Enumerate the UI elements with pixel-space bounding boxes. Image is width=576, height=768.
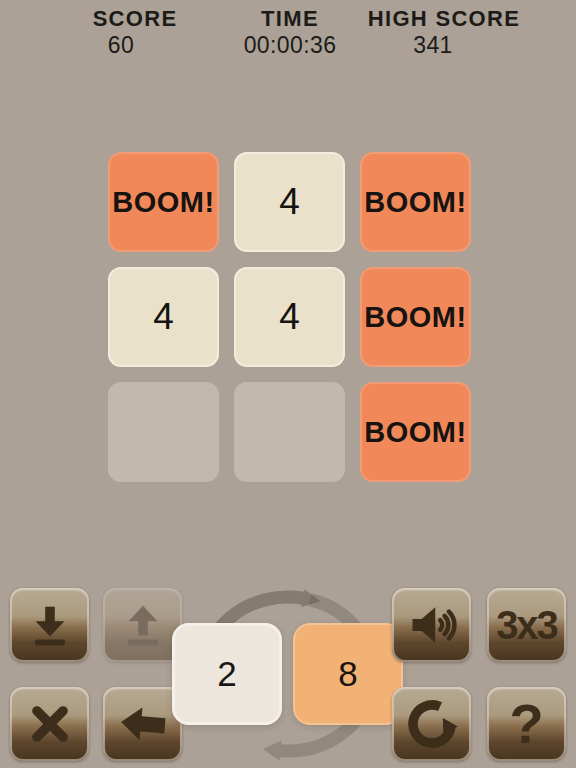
help-button[interactable]: ? <box>487 687 566 761</box>
undo-move-button[interactable] <box>103 687 182 761</box>
board-cell-r1-c3: BOOM! <box>360 152 471 252</box>
refresh-icon <box>406 698 458 750</box>
save-game-button[interactable] <box>10 588 89 662</box>
left-arrow-icon <box>115 698 171 750</box>
restart-button[interactable] <box>392 687 471 761</box>
sound-toggle-button[interactable] <box>392 588 471 662</box>
close-button[interactable] <box>10 687 89 761</box>
board-cell-r3-c1 <box>108 382 219 482</box>
board-cell-r1-c1: BOOM! <box>108 152 219 252</box>
board-size-button[interactable]: 3x3 <box>487 588 566 662</box>
board-cell-r1-c2: 4 <box>234 152 345 252</box>
high-score-panel: HIGH SCORE 341 <box>349 7 539 59</box>
board-size-label: 3x3 <box>496 605 557 645</box>
board-cell-r3-c3: BOOM! <box>360 382 471 482</box>
upload-load-icon <box>120 602 166 648</box>
help-label: ? <box>509 696 543 752</box>
board-cell-r3-c2 <box>234 382 345 482</box>
high-score-label: HIGH SCORE <box>349 7 539 30</box>
speaker-volume-icon <box>406 599 458 651</box>
load-game-button-disabled[interactable] <box>103 588 182 662</box>
next-tile-left[interactable]: 2 <box>172 623 282 725</box>
board-cell-r2-c3: BOOM! <box>360 267 471 367</box>
download-save-icon <box>27 602 73 648</box>
x-close-icon <box>27 701 73 747</box>
score-value: 60 <box>26 32 216 59</box>
next-tile-right[interactable]: 8 <box>293 623 403 725</box>
board[interactable]: BOOM!4BOOM!44BOOM!BOOM! <box>108 152 471 482</box>
board-cell-r2-c1: 4 <box>108 267 219 367</box>
game-screen: SCORE 60 TIME 00:00:36 HIGH SCORE 341 BO… <box>0 0 576 768</box>
board-cell-r2-c2: 4 <box>234 267 345 367</box>
high-score-value: 341 <box>338 32 528 59</box>
next-tile-right-value: 8 <box>338 654 357 694</box>
next-tile-left-value: 2 <box>217 654 236 694</box>
